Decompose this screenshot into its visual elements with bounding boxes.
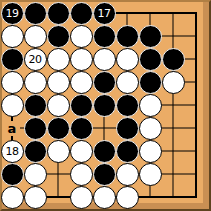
white-stone	[24, 163, 47, 186]
black-stone	[139, 48, 162, 71]
black-stone	[139, 71, 162, 94]
black-stone	[93, 71, 116, 94]
white-stone	[24, 25, 47, 48]
black-stone	[47, 2, 70, 25]
black-stone	[24, 140, 47, 163]
black-stone	[70, 117, 93, 140]
white-stone	[139, 140, 162, 163]
black-stone	[116, 140, 139, 163]
white-stone	[162, 71, 185, 94]
black-stone	[24, 2, 47, 25]
black-stone: 17	[93, 2, 116, 25]
black-stone	[93, 94, 116, 117]
black-stone	[70, 2, 93, 25]
black-stone	[116, 117, 139, 140]
black-stone	[116, 25, 139, 48]
black-stone	[162, 48, 185, 71]
white-stone	[93, 48, 116, 71]
white-stone	[70, 71, 93, 94]
black-stone: 19	[1, 2, 24, 25]
white-stone	[47, 71, 70, 94]
white-stone	[139, 163, 162, 186]
white-stone	[139, 117, 162, 140]
move-number-label: 17	[98, 8, 111, 19]
white-stone	[116, 71, 139, 94]
white-stone	[70, 186, 93, 209]
point-label-a: a	[5, 121, 20, 136]
white-stone	[1, 25, 24, 48]
white-stone	[116, 48, 139, 71]
black-stone	[24, 94, 47, 117]
move-number-label: 19	[6, 8, 19, 19]
move-number-label: 18	[6, 146, 19, 157]
black-stone	[1, 163, 24, 186]
white-stone	[70, 140, 93, 163]
white-stone	[24, 71, 47, 94]
black-stone	[93, 140, 116, 163]
black-stone	[47, 25, 70, 48]
white-stone	[93, 186, 116, 209]
white-stone: 20	[24, 48, 47, 71]
black-stone	[93, 163, 116, 186]
black-stone	[47, 117, 70, 140]
black-stone	[1, 48, 24, 71]
white-stone	[1, 71, 24, 94]
white-stone	[70, 163, 93, 186]
black-stone	[116, 94, 139, 117]
white-stone	[47, 140, 70, 163]
white-stone	[47, 48, 70, 71]
white-stone	[24, 186, 47, 209]
white-stone	[139, 94, 162, 117]
black-stone	[70, 94, 93, 117]
white-stone	[116, 186, 139, 209]
black-stone	[93, 25, 116, 48]
black-stone	[24, 117, 47, 140]
white-stone	[47, 94, 70, 117]
white-stone	[70, 48, 93, 71]
black-stone	[139, 25, 162, 48]
white-stone	[116, 163, 139, 186]
move-number-label: 20	[29, 54, 42, 65]
white-stone: 18	[1, 140, 24, 163]
white-stone	[1, 186, 24, 209]
white-stone	[70, 25, 93, 48]
go-board: 19172018a	[0, 0, 211, 211]
white-stone	[1, 94, 24, 117]
board-face: 19172018a	[2, 2, 209, 209]
